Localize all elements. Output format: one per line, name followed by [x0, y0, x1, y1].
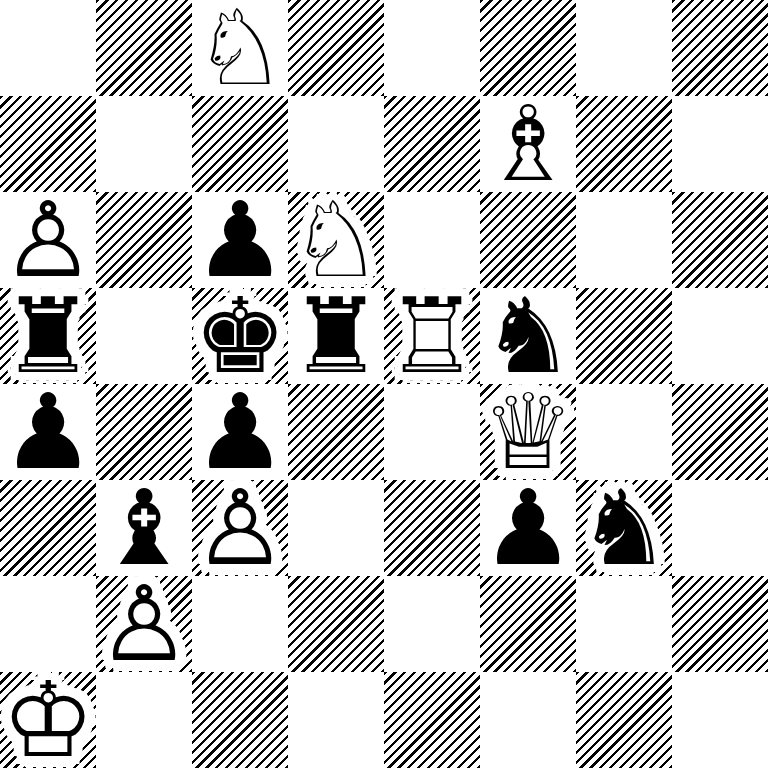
square-g7[interactable]: [576, 96, 672, 192]
piece-black-pawn-f3[interactable]: ♟♟: [480, 480, 576, 576]
square-b7[interactable]: [96, 96, 192, 192]
piece-black-rook-d5[interactable]: ♜♜: [288, 288, 384, 384]
square-c1[interactable]: [192, 672, 288, 768]
square-g3[interactable]: ♞♞: [576, 480, 672, 576]
white-bishop-icon: ♗: [480, 96, 576, 192]
square-c2[interactable]: [192, 576, 288, 672]
square-d5[interactable]: ♜♜: [288, 288, 384, 384]
black-rook-icon: ♜: [288, 288, 384, 384]
black-pawn-icon: ♟: [0, 384, 96, 480]
square-d8[interactable]: [288, 0, 384, 96]
square-d4[interactable]: [288, 384, 384, 480]
square-f7[interactable]: ♝♗: [480, 96, 576, 192]
square-e8[interactable]: [384, 0, 480, 96]
white-pawn-icon: ♙: [0, 192, 96, 288]
square-b4[interactable]: [96, 384, 192, 480]
chess-diagram: ♞♘♝♗♟♙♟♟♞♘♜♜♚♚♜♜♜♖♞♞♟♟♟♟♛♕♝♝♟♙♟♟♞♞♟♙♚♔: [0, 0, 768, 768]
black-king-icon: ♚: [192, 288, 288, 384]
white-king-icon: ♔: [0, 672, 96, 768]
piece-white-queen-f4[interactable]: ♛♕: [480, 384, 576, 480]
square-a6[interactable]: ♟♙: [0, 192, 96, 288]
square-h4[interactable]: [672, 384, 768, 480]
square-a1[interactable]: ♚♔: [0, 672, 96, 768]
piece-black-rook-a5[interactable]: ♜♜: [0, 288, 96, 384]
square-c7[interactable]: [192, 96, 288, 192]
square-a7[interactable]: [0, 96, 96, 192]
square-a8[interactable]: [0, 0, 96, 96]
square-g8[interactable]: [576, 0, 672, 96]
piece-white-rook-e5[interactable]: ♜♖: [384, 288, 480, 384]
square-d3[interactable]: [288, 480, 384, 576]
white-rook-icon: ♖: [384, 288, 480, 384]
square-b6[interactable]: [96, 192, 192, 288]
square-e6[interactable]: [384, 192, 480, 288]
white-pawn-icon: ♙: [192, 480, 288, 576]
square-g4[interactable]: [576, 384, 672, 480]
square-h7[interactable]: [672, 96, 768, 192]
square-h2[interactable]: [672, 576, 768, 672]
piece-white-knight-d6[interactable]: ♞♘: [288, 192, 384, 288]
piece-black-pawn-c6[interactable]: ♟♟: [192, 192, 288, 288]
square-c8[interactable]: ♞♘: [192, 0, 288, 96]
black-pawn-icon: ♟: [480, 480, 576, 576]
piece-white-knight-c8[interactable]: ♞♘: [192, 0, 288, 96]
square-g6[interactable]: [576, 192, 672, 288]
square-d7[interactable]: [288, 96, 384, 192]
square-b1[interactable]: [96, 672, 192, 768]
square-e4[interactable]: [384, 384, 480, 480]
square-e2[interactable]: [384, 576, 480, 672]
square-f8[interactable]: [480, 0, 576, 96]
piece-white-pawn-b2[interactable]: ♟♙: [96, 576, 192, 672]
square-f3[interactable]: ♟♟: [480, 480, 576, 576]
square-c3[interactable]: ♟♙: [192, 480, 288, 576]
square-f5[interactable]: ♞♞: [480, 288, 576, 384]
square-e5[interactable]: ♜♖: [384, 288, 480, 384]
square-h1[interactable]: [672, 672, 768, 768]
black-knight-icon: ♞: [480, 288, 576, 384]
black-pawn-icon: ♟: [192, 192, 288, 288]
square-d6[interactable]: ♞♘: [288, 192, 384, 288]
square-h8[interactable]: [672, 0, 768, 96]
piece-black-king-c5[interactable]: ♚♚: [192, 288, 288, 384]
white-queen-icon: ♕: [480, 384, 576, 480]
square-h5[interactable]: [672, 288, 768, 384]
square-e1[interactable]: [384, 672, 480, 768]
piece-black-pawn-a4[interactable]: ♟♟: [0, 384, 96, 480]
piece-white-king-a1[interactable]: ♚♔: [0, 672, 96, 768]
black-bishop-icon: ♝: [96, 480, 192, 576]
square-c6[interactable]: ♟♟: [192, 192, 288, 288]
square-h3[interactable]: [672, 480, 768, 576]
square-a3[interactable]: [0, 480, 96, 576]
square-f4[interactable]: ♛♕: [480, 384, 576, 480]
square-a5[interactable]: ♜♜: [0, 288, 96, 384]
black-pawn-icon: ♟: [192, 384, 288, 480]
black-knight-icon: ♞: [576, 480, 672, 576]
piece-black-knight-g3[interactable]: ♞♞: [576, 480, 672, 576]
white-knight-icon: ♘: [288, 192, 384, 288]
square-a4[interactable]: ♟♟: [0, 384, 96, 480]
square-g1[interactable]: [576, 672, 672, 768]
chess-board: ♞♘♝♗♟♙♟♟♞♘♜♜♚♚♜♜♜♖♞♞♟♟♟♟♛♕♝♝♟♙♟♟♞♞♟♙♚♔: [0, 0, 768, 768]
square-f6[interactable]: [480, 192, 576, 288]
square-d1[interactable]: [288, 672, 384, 768]
square-d2[interactable]: [288, 576, 384, 672]
square-g2[interactable]: [576, 576, 672, 672]
square-b2[interactable]: ♟♙: [96, 576, 192, 672]
piece-white-pawn-c3[interactable]: ♟♙: [192, 480, 288, 576]
square-b3[interactable]: ♝♝: [96, 480, 192, 576]
square-a2[interactable]: [0, 576, 96, 672]
square-f1[interactable]: [480, 672, 576, 768]
white-pawn-icon: ♙: [96, 576, 192, 672]
square-g5[interactable]: [576, 288, 672, 384]
square-b5[interactable]: [96, 288, 192, 384]
piece-white-pawn-a6[interactable]: ♟♙: [0, 192, 96, 288]
piece-black-pawn-c4[interactable]: ♟♟: [192, 384, 288, 480]
square-e7[interactable]: [384, 96, 480, 192]
piece-black-bishop-b3[interactable]: ♝♝: [96, 480, 192, 576]
square-h6[interactable]: [672, 192, 768, 288]
square-b8[interactable]: [96, 0, 192, 96]
square-e3[interactable]: [384, 480, 480, 576]
square-c4[interactable]: ♟♟: [192, 384, 288, 480]
white-knight-icon: ♘: [192, 0, 288, 96]
square-c5[interactable]: ♚♚: [192, 288, 288, 384]
piece-black-knight-f5[interactable]: ♞♞: [480, 288, 576, 384]
square-f2[interactable]: [480, 576, 576, 672]
black-rook-icon: ♜: [0, 288, 96, 384]
piece-white-bishop-f7[interactable]: ♝♗: [480, 96, 576, 192]
